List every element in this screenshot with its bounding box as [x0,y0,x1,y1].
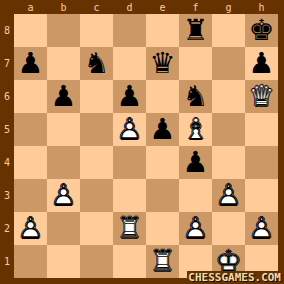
file-label-a: a [14,0,47,14]
file-label-h: h [245,0,278,14]
white-pawn-icon: ♟♙ [245,212,278,245]
square-c4[interactable] [80,146,113,179]
square-a4[interactable] [14,146,47,179]
square-b3[interactable]: ♟♙ [47,179,80,212]
square-a7[interactable]: ♟ [14,47,47,80]
square-a6[interactable] [14,80,47,113]
square-f6[interactable]: ♞ [179,80,212,113]
square-g5[interactable] [212,113,245,146]
square-e6[interactable] [146,80,179,113]
file-label-e: e [146,0,179,14]
square-d7[interactable] [113,47,146,80]
black-rook-icon: ♜ [179,14,212,47]
black-pawn-icon: ♟ [113,80,146,113]
black-knight-icon: ♞ [179,80,212,113]
square-h8[interactable]: ♚ [245,14,278,47]
square-b5[interactable] [47,113,80,146]
square-h6[interactable]: ♛♕ [245,80,278,113]
black-queen-icon: ♛ [146,47,179,80]
square-b2[interactable] [47,212,80,245]
square-a3[interactable] [14,179,47,212]
black-pawn-icon: ♟ [179,146,212,179]
black-pawn-icon: ♟ [47,80,80,113]
square-f3[interactable] [179,179,212,212]
square-b7[interactable] [47,47,80,80]
square-d3[interactable] [113,179,146,212]
square-h4[interactable] [245,146,278,179]
square-e4[interactable] [146,146,179,179]
square-c5[interactable] [80,113,113,146]
square-d6[interactable]: ♟ [113,80,146,113]
file-label-c: c [80,0,113,14]
board-frame: abcdefgh 87654321 ♜♚♟♞♛♟♟♟♞♛♕♟♙♟♝♗♟♟♙♟♙♟… [0,0,284,284]
square-c6[interactable] [80,80,113,113]
white-rook-icon: ♜♖ [146,245,179,278]
square-e5[interactable]: ♟ [146,113,179,146]
square-d5[interactable]: ♟♙ [113,113,146,146]
square-e2[interactable] [146,212,179,245]
square-c3[interactable] [80,179,113,212]
square-e3[interactable] [146,179,179,212]
white-rook-icon: ♜♖ [113,212,146,245]
square-f4[interactable]: ♟ [179,146,212,179]
square-b6[interactable]: ♟ [47,80,80,113]
rank-label-5: 5 [0,113,14,146]
square-d4[interactable] [113,146,146,179]
white-pawn-icon: ♟♙ [212,179,245,212]
white-bishop-icon: ♝♗ [179,113,212,146]
square-a2[interactable]: ♟♙ [14,212,47,245]
rank-label-2: 2 [0,212,14,245]
rank-label-3: 3 [0,179,14,212]
square-h7[interactable]: ♟ [245,47,278,80]
black-king-icon: ♚ [245,14,278,47]
square-f7[interactable] [179,47,212,80]
file-label-d: d [113,0,146,14]
square-h5[interactable] [245,113,278,146]
white-pawn-icon: ♟♙ [47,179,80,212]
file-label-g: g [212,0,245,14]
square-e1[interactable]: ♜♖ [146,245,179,278]
rank-label-4: 4 [0,146,14,179]
square-g3[interactable]: ♟♙ [212,179,245,212]
file-label-f: f [179,0,212,14]
white-pawn-icon: ♟♙ [14,212,47,245]
square-c8[interactable] [80,14,113,47]
square-b1[interactable] [47,245,80,278]
square-b4[interactable] [47,146,80,179]
rank-label-8: 8 [0,14,14,47]
file-labels: abcdefgh [14,0,278,14]
black-pawn-icon: ♟ [245,47,278,80]
white-queen-icon: ♛♕ [245,80,278,113]
rank-labels: 87654321 [0,14,14,278]
file-label-b: b [47,0,80,14]
rank-label-7: 7 [0,47,14,80]
square-g8[interactable] [212,14,245,47]
square-f5[interactable]: ♝♗ [179,113,212,146]
square-g7[interactable] [212,47,245,80]
square-f8[interactable]: ♜ [179,14,212,47]
square-d1[interactable] [113,245,146,278]
square-e7[interactable]: ♛ [146,47,179,80]
white-pawn-icon: ♟♙ [179,212,212,245]
square-g2[interactable] [212,212,245,245]
square-g4[interactable] [212,146,245,179]
rank-label-1: 1 [0,245,14,278]
white-pawn-icon: ♟♙ [113,113,146,146]
square-g6[interactable] [212,80,245,113]
black-knight-icon: ♞ [80,47,113,80]
square-d2[interactable]: ♜♖ [113,212,146,245]
chess-board: ♜♚♟♞♛♟♟♟♞♛♕♟♙♟♝♗♟♟♙♟♙♟♙♜♖♟♙♟♙♜♖♚♔ [14,14,278,278]
black-pawn-icon: ♟ [14,47,47,80]
square-c7[interactable]: ♞ [80,47,113,80]
square-e8[interactable] [146,14,179,47]
square-c1[interactable] [80,245,113,278]
square-a5[interactable] [14,113,47,146]
square-h2[interactable]: ♟♙ [245,212,278,245]
square-a1[interactable] [14,245,47,278]
square-c2[interactable] [80,212,113,245]
black-pawn-icon: ♟ [146,113,179,146]
square-a8[interactable] [14,14,47,47]
square-b8[interactable] [47,14,80,47]
square-f2[interactable]: ♟♙ [179,212,212,245]
square-h3[interactable] [245,179,278,212]
rank-label-6: 6 [0,80,14,113]
square-d8[interactable] [113,14,146,47]
chessgames-logo: CHESSGAMES.COM [187,271,282,283]
